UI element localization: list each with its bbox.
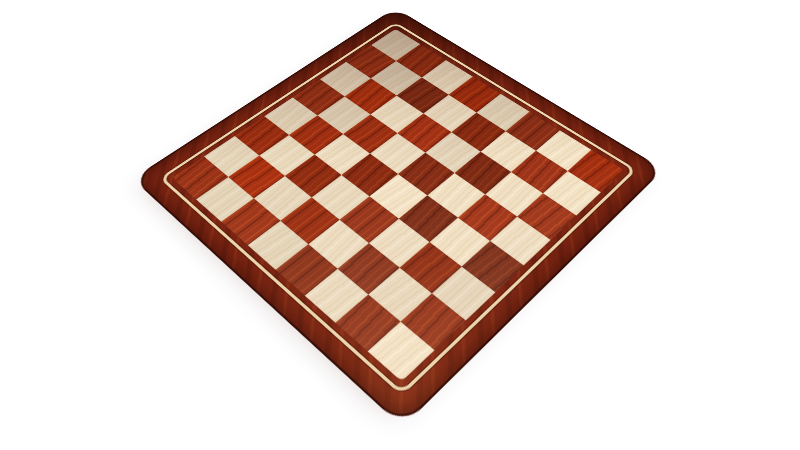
photo-background [0,0,800,450]
chess-board [132,8,664,427]
playing-field [172,29,624,381]
